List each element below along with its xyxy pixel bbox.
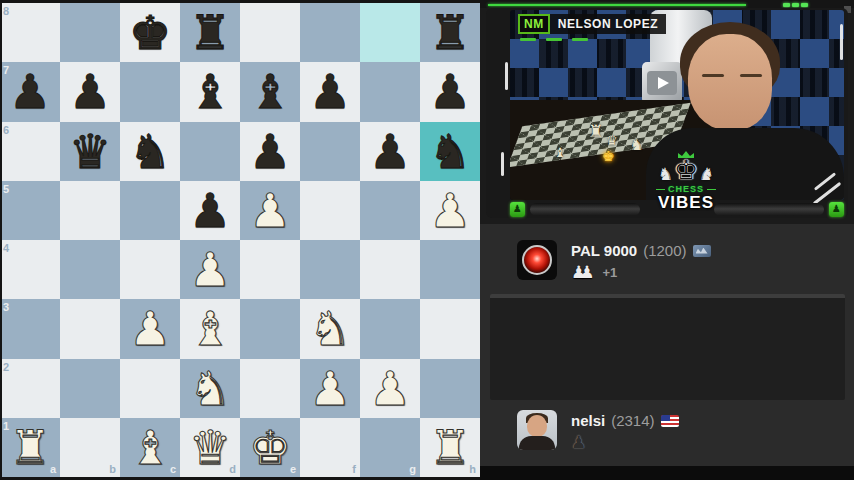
square-g5[interactable] [360, 181, 420, 240]
square-f1[interactable]: f [300, 418, 360, 477]
piece-black-pawn[interactable]: ♟ [69, 68, 111, 115]
square-a7[interactable]: 7♟ [0, 62, 60, 121]
piece-black-rook[interactable]: ♜ [189, 9, 231, 56]
square-h3[interactable] [420, 299, 480, 358]
square-c7[interactable] [120, 62, 180, 121]
coord-file-a: a [50, 464, 56, 475]
green-pawn-icon: ♟ [510, 202, 525, 217]
piece-black-rook[interactable]: ♜ [429, 9, 471, 56]
player-card-bottom[interactable]: nelsi (2314) ♟ [517, 410, 679, 451]
panel-bottom-strip [480, 466, 854, 480]
piece-black-king[interactable]: ♚ [129, 9, 171, 56]
bar-pill-right [714, 203, 824, 216]
logo-text-vibes: VIBES [647, 194, 725, 211]
piece-white-pawn[interactable]: ♟ [129, 305, 171, 352]
square-b8[interactable] [60, 3, 120, 62]
square-a8[interactable]: 8 [0, 3, 60, 62]
square-b3[interactable] [60, 299, 120, 358]
captured-black-pawn-icon: ♟ [571, 434, 586, 451]
piece-white-bishop[interactable]: ♝ [129, 424, 171, 471]
piece-black-bishop[interactable]: ♝ [189, 68, 231, 115]
piece-white-knight[interactable]: ♞ [189, 365, 231, 412]
square-d4[interactable]: ♟ [180, 240, 240, 299]
bot-flag-icon [693, 245, 711, 257]
coord-file-b: b [109, 464, 116, 475]
coord-file-d: d [229, 464, 236, 475]
captured-pieces-top: ♟♟ +1 [571, 263, 711, 281]
coord-file-e: e [290, 464, 296, 475]
green-accent-line [488, 4, 746, 6]
coord-rank-6: 6 [3, 125, 9, 136]
square-d7[interactable]: ♝ [180, 62, 240, 121]
coord-rank-4: 4 [3, 243, 9, 254]
green-pawn-icon: ♟ [829, 202, 844, 217]
physical-piece: ♜ [588, 121, 603, 142]
green-underline [572, 38, 588, 41]
piece-black-queen[interactable]: ♛ [69, 128, 111, 175]
physical-piece: ♛ [606, 133, 618, 148]
coord-file-g: g [409, 464, 416, 475]
piece-white-pawn[interactable]: ♟ [309, 365, 351, 412]
player-rating: (1200) [643, 242, 686, 259]
frame-mark [501, 152, 504, 176]
player-avatar-pal9000[interactable] [517, 240, 557, 280]
piece-black-pawn[interactable]: ♟ [249, 128, 291, 175]
frame-mark [840, 24, 843, 60]
square-g8[interactable] [360, 3, 420, 62]
square-c5[interactable] [120, 181, 180, 240]
square-f3[interactable]: ♞ [300, 299, 360, 358]
coord-rank-2: 2 [3, 362, 9, 373]
piece-black-pawn[interactable]: ♟ [309, 68, 351, 115]
square-f2[interactable]: ♟ [300, 359, 360, 418]
square-g3[interactable] [360, 299, 420, 358]
piece-black-pawn[interactable]: ♟ [189, 187, 231, 234]
physical-piece-gold: ♚ [602, 148, 615, 164]
square-b4[interactable] [60, 240, 120, 299]
frame-mark [505, 62, 508, 90]
square-f6[interactable] [300, 122, 360, 181]
piece-black-pawn[interactable]: ♟ [9, 68, 51, 115]
square-e5[interactable]: ♟ [240, 181, 300, 240]
square-g1[interactable]: g [360, 418, 420, 477]
physical-piece: ♝ [554, 145, 566, 160]
square-d3[interactable]: ♝ [180, 299, 240, 358]
streamer-brow [702, 74, 724, 77]
logo-knight-icon: ♞ [699, 166, 714, 183]
square-f4[interactable] [300, 240, 360, 299]
chess-stream-app: 8♚♜♜7♟♟♝♝♟♟6♛♞♟♟♞5♟♟♟4♟3♟♝♞2♞♟♟1a♜bc♝d♛e… [0, 0, 854, 480]
piece-white-pawn[interactable]: ♟ [369, 365, 411, 412]
square-f7[interactable]: ♟ [300, 62, 360, 121]
square-h1[interactable]: h♜ [420, 418, 480, 477]
piece-black-knight[interactable]: ♞ [429, 128, 471, 175]
player-name[interactable]: PAL 9000 [571, 242, 637, 259]
square-e4[interactable] [240, 240, 300, 299]
player-card-top[interactable]: PAL 9000 (1200) ♟♟ +1 [517, 240, 711, 281]
square-e2[interactable] [240, 359, 300, 418]
square-h6[interactable]: ♞ [420, 122, 480, 181]
green-dash-icon [801, 3, 808, 7]
streamer-face [688, 34, 772, 130]
square-e7[interactable]: ♝ [240, 62, 300, 121]
square-e6[interactable]: ♟ [240, 122, 300, 181]
piece-white-pawn[interactable]: ♟ [189, 246, 231, 293]
avatar-face [527, 415, 547, 437]
green-underline [546, 38, 562, 41]
logo-king-icon: ♚ [674, 154, 698, 185]
square-c1[interactable]: c♝ [120, 418, 180, 477]
coord-rank-5: 5 [3, 184, 9, 195]
square-g2[interactable]: ♟ [360, 359, 420, 418]
logo-crest: ♞ ♚ ♞ [647, 156, 725, 183]
coord-file-c: c [170, 464, 176, 475]
piece-white-queen[interactable]: ♛ [189, 424, 231, 471]
streamer-brow [740, 74, 762, 77]
coord-rank-7: 7 [3, 65, 9, 76]
logo-knight-icon: ♞ [658, 166, 673, 183]
player-rating: (2314) [611, 412, 654, 429]
square-b6[interactable]: ♛ [60, 122, 120, 181]
green-dash-icon [783, 3, 790, 7]
square-h5[interactable]: ♟ [420, 181, 480, 240]
coord-file-h: h [469, 464, 476, 475]
coord-rank-1: 1 [3, 421, 9, 432]
green-dash-icon [792, 3, 799, 7]
us-flag-icon [661, 415, 679, 427]
square-a5[interactable]: 5 [0, 181, 60, 240]
square-h2[interactable] [420, 359, 480, 418]
piece-white-knight[interactable]: ♞ [309, 305, 351, 352]
captured-pieces-bottom: ♟ [571, 433, 679, 451]
square-d6[interactable] [180, 122, 240, 181]
square-g4[interactable] [360, 240, 420, 299]
piece-white-rook[interactable]: ♜ [9, 424, 51, 471]
coord-rank-3: 3 [3, 302, 9, 313]
square-b5[interactable] [60, 181, 120, 240]
player-avatar-nelsi[interactable] [517, 410, 557, 450]
square-c2[interactable] [120, 359, 180, 418]
square-f8[interactable] [300, 3, 360, 62]
hal-eye-icon [522, 245, 552, 275]
board-grid: 8♚♜♜7♟♟♝♝♟♟6♛♞♟♟♞5♟♟♟4♟3♟♝♞2♞♟♟1a♜bc♝d♛e… [0, 3, 480, 477]
piece-black-bishop[interactable]: ♝ [249, 68, 291, 115]
captured-white-pawns-icon: ♟♟ [571, 264, 594, 281]
chess-vibes-logo: ♞ ♚ ♞ CHESS VIBES [647, 156, 725, 211]
square-a4[interactable]: 4 [0, 240, 60, 299]
square-a1[interactable]: 1a♜ [0, 418, 60, 477]
right-panel: ♜ ♛ ♞ ♝ ♚ NM NELSON LOPEZ [480, 0, 854, 480]
move-list[interactable] [490, 294, 845, 400]
square-a6[interactable]: 6 [0, 122, 60, 181]
square-e1[interactable]: e♚ [240, 418, 300, 477]
square-h4[interactable] [420, 240, 480, 299]
square-b2[interactable] [60, 359, 120, 418]
material-advantage: +1 [602, 265, 617, 280]
square-g7[interactable] [360, 62, 420, 121]
piece-white-pawn[interactable]: ♟ [249, 187, 291, 234]
square-c4[interactable] [120, 240, 180, 299]
streamer-name-badge: NM NELSON LOPEZ [518, 14, 666, 34]
square-c3[interactable]: ♟ [120, 299, 180, 358]
player-name[interactable]: nelsi [571, 412, 605, 429]
square-c6[interactable]: ♞ [120, 122, 180, 181]
square-g6[interactable]: ♟ [360, 122, 420, 181]
square-d8[interactable]: ♜ [180, 3, 240, 62]
streamer-name: NELSON LOPEZ [550, 14, 667, 34]
square-h8[interactable]: ♜ [420, 3, 480, 62]
piece-white-bishop[interactable]: ♝ [189, 305, 231, 352]
chess-board: 8♚♜♜7♟♟♝♝♟♟6♛♞♟♟♞5♟♟♟4♟3♟♝♞2♞♟♟1a♜bc♝d♛e… [0, 0, 480, 480]
square-d1[interactable]: d♛ [180, 418, 240, 477]
piece-black-pawn[interactable]: ♟ [429, 68, 471, 115]
bar-pill-left [530, 203, 640, 216]
green-underline [520, 38, 536, 41]
square-d2[interactable]: ♞ [180, 359, 240, 418]
physical-piece: ♞ [630, 136, 643, 154]
piece-black-knight[interactable]: ♞ [129, 128, 171, 175]
title-badge: NM [518, 14, 550, 34]
piece-black-pawn[interactable]: ♟ [369, 128, 411, 175]
square-c8[interactable]: ♚ [120, 3, 180, 62]
piece-white-pawn[interactable]: ♟ [429, 187, 471, 234]
square-e8[interactable] [240, 3, 300, 62]
square-a2[interactable]: 2 [0, 359, 60, 418]
coord-rank-8: 8 [3, 6, 9, 17]
coord-file-f: f [352, 464, 356, 475]
square-a3[interactable]: 3 [0, 299, 60, 358]
board-edge [0, 0, 2, 480]
square-e3[interactable] [240, 299, 300, 358]
overlay-top-strip [480, 0, 854, 8]
square-f5[interactable] [300, 181, 360, 240]
square-h7[interactable]: ♟ [420, 62, 480, 121]
square-b1[interactable]: b [60, 418, 120, 477]
avatar-body [519, 436, 555, 450]
piece-white-king[interactable]: ♚ [249, 424, 291, 471]
square-b7[interactable]: ♟ [60, 62, 120, 121]
square-d5[interactable]: ♟ [180, 181, 240, 240]
piece-white-rook[interactable]: ♜ [429, 424, 471, 471]
